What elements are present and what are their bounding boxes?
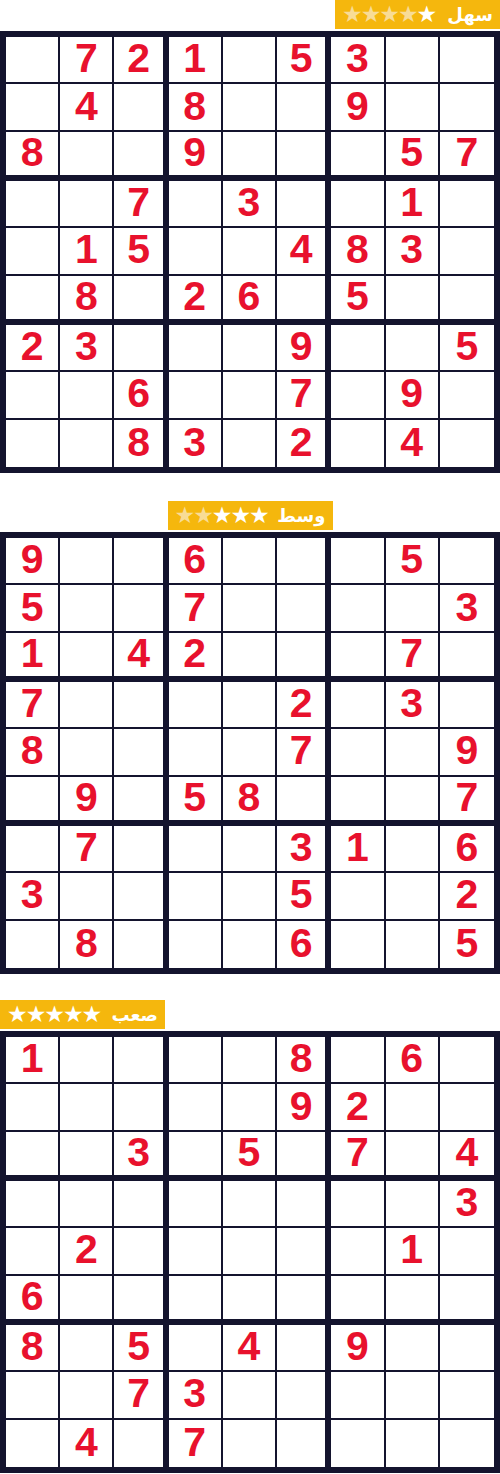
sudoku-cell-r9c5[interactable] bbox=[223, 420, 277, 467]
puzzle-section-easy: ★★★★★ سهل 721534898957731154838265239567… bbox=[0, 0, 500, 473]
sudoku-cell-r4c8[interactable]: 1 bbox=[386, 181, 440, 228]
sudoku-cell-r6c5[interactable]: 8 bbox=[223, 777, 277, 826]
sudoku-cell-r8c3[interactable]: 7 bbox=[114, 1372, 168, 1419]
sudoku-cell-r7c6[interactable]: 3 bbox=[277, 826, 331, 873]
star-icon: ★ bbox=[63, 1000, 84, 1029]
sudoku-cell-r1c3[interactable] bbox=[114, 1037, 168, 1084]
sudoku-cell-r6c4[interactable]: 5 bbox=[169, 777, 223, 826]
sudoku-cell-r1c6[interactable]: 8 bbox=[277, 1037, 331, 1084]
sudoku-cell-r4c7[interactable] bbox=[331, 181, 385, 228]
sudoku-cell-r9c1[interactable] bbox=[6, 1420, 60, 1467]
sudoku-cell-r6c6[interactable] bbox=[277, 276, 331, 325]
sudoku-cell-r7c5[interactable] bbox=[223, 826, 277, 873]
sudoku-cell-r5c9[interactable]: 9 bbox=[440, 729, 494, 776]
sudoku-cell-r3c4[interactable]: 9 bbox=[169, 132, 223, 181]
sudoku-cell-r3c6[interactable] bbox=[277, 633, 331, 682]
sudoku-grid-easy: 72153489895773115483826523956798324 bbox=[0, 31, 500, 473]
sudoku-cell-r4c8[interactable] bbox=[386, 1181, 440, 1228]
sudoku-cell-r5c8[interactable]: 1 bbox=[386, 1228, 440, 1275]
sudoku-cell-r7c2[interactable]: 3 bbox=[60, 325, 114, 372]
sudoku-cell-r7c2[interactable]: 7 bbox=[60, 826, 114, 873]
sudoku-cell-r7c1[interactable]: 2 bbox=[6, 325, 60, 372]
sudoku-cell-r2c8[interactable] bbox=[386, 585, 440, 632]
sudoku-cell-r5c9[interactable] bbox=[440, 228, 494, 275]
sudoku-cell-r7c6[interactable] bbox=[277, 1325, 331, 1372]
sudoku-cell-r2c3[interactable] bbox=[114, 84, 168, 131]
star-icon: ★ bbox=[26, 1000, 47, 1029]
star-icon: ★ bbox=[379, 0, 400, 29]
sudoku-cell-r8c2[interactable] bbox=[60, 372, 114, 419]
sudoku-grid-medium: 965573142772387995877316352865 bbox=[0, 532, 500, 974]
sudoku-cell-r9c9[interactable] bbox=[440, 420, 494, 467]
sudoku-cell-r5c7[interactable]: 8 bbox=[331, 228, 385, 275]
sudoku-cell-r8c8[interactable]: 9 bbox=[386, 372, 440, 419]
sudoku-cell-r9c9[interactable] bbox=[440, 1420, 494, 1467]
sudoku-cell-r7c8[interactable] bbox=[386, 1325, 440, 1372]
sudoku-cell-r4c5[interactable] bbox=[223, 1181, 277, 1228]
sudoku-cell-r6c4[interactable]: 2 bbox=[169, 276, 223, 325]
sudoku-cell-r4c1[interactable] bbox=[6, 181, 60, 228]
sudoku-cell-r7c5[interactable]: 4 bbox=[223, 1325, 277, 1372]
sudoku-cell-r1c4[interactable]: 1 bbox=[169, 37, 223, 84]
sudoku-cell-r3c1[interactable]: 8 bbox=[6, 132, 60, 181]
sudoku-cell-r3c1[interactable] bbox=[6, 1132, 60, 1181]
sudoku-cell-r8c1[interactable]: 3 bbox=[6, 873, 60, 920]
star-icon: ★ bbox=[417, 0, 438, 29]
sudoku-cell-r5c2[interactable] bbox=[60, 729, 114, 776]
sudoku-cell-r4c3[interactable] bbox=[114, 682, 168, 729]
sudoku-cell-r2c1[interactable] bbox=[6, 84, 60, 131]
sudoku-cell-r7c8[interactable] bbox=[386, 826, 440, 873]
sudoku-cell-r5c6[interactable]: 4 bbox=[277, 228, 331, 275]
sudoku-cell-r6c2[interactable]: 8 bbox=[60, 276, 114, 325]
star-icon: ★ bbox=[7, 1000, 28, 1029]
sudoku-cell-r6c1[interactable] bbox=[6, 276, 60, 325]
sudoku-cell-r3c8[interactable]: 7 bbox=[386, 633, 440, 682]
sudoku-cell-r2c2[interactable] bbox=[60, 585, 114, 632]
sudoku-cell-r7c7[interactable]: 1 bbox=[331, 826, 385, 873]
sudoku-cell-r4c9[interactable] bbox=[440, 181, 494, 228]
sudoku-cell-r3c2[interactable] bbox=[60, 132, 114, 181]
sudoku-cell-r6c2[interactable]: 9 bbox=[60, 777, 114, 826]
sudoku-cell-r5c4[interactable] bbox=[169, 1228, 223, 1275]
sudoku-cell-r7c9[interactable]: 6 bbox=[440, 826, 494, 873]
sudoku-cell-r6c8[interactable] bbox=[386, 1276, 440, 1325]
sudoku-cell-r4c6[interactable] bbox=[277, 1181, 331, 1228]
sudoku-cell-r4c4[interactable] bbox=[169, 181, 223, 228]
sudoku-cell-r2c9[interactable]: 3 bbox=[440, 585, 494, 632]
sudoku-cell-r1c1[interactable]: 1 bbox=[6, 1037, 60, 1084]
sudoku-cell-r3c5[interactable]: 5 bbox=[223, 1132, 277, 1181]
sudoku-cell-r9c6[interactable]: 2 bbox=[277, 420, 331, 467]
sudoku-cell-r1c3[interactable] bbox=[114, 538, 168, 585]
sudoku-cell-r7c2[interactable] bbox=[60, 1325, 114, 1372]
star-icon: ★ bbox=[230, 501, 251, 530]
sudoku-cell-r8c6[interactable]: 5 bbox=[277, 873, 331, 920]
sudoku-cell-r4c8[interactable]: 3 bbox=[386, 682, 440, 729]
sudoku-cell-r2c3[interactable] bbox=[114, 585, 168, 632]
sudoku-cell-r4c2[interactable] bbox=[60, 181, 114, 228]
sudoku-cell-r1c1[interactable] bbox=[6, 37, 60, 84]
sudoku-cell-r3c4[interactable] bbox=[169, 1132, 223, 1181]
sudoku-cell-r1c9[interactable] bbox=[440, 538, 494, 585]
difficulty-banner-medium: ★★★★★ وسط bbox=[168, 501, 333, 530]
sudoku-cell-r7c9[interactable] bbox=[440, 1325, 494, 1372]
sudoku-cell-r3c6[interactable] bbox=[277, 1132, 331, 1181]
sudoku-cell-r9c7[interactable] bbox=[331, 1420, 385, 1467]
sudoku-cell-r9c8[interactable]: 4 bbox=[386, 420, 440, 467]
difficulty-label: سهل bbox=[447, 0, 493, 29]
sudoku-cell-r8c6[interactable] bbox=[277, 1372, 331, 1419]
sudoku-cell-r2c9[interactable] bbox=[440, 1084, 494, 1131]
sudoku-cell-r2c5[interactable] bbox=[223, 585, 277, 632]
sudoku-cell-r9c2[interactable] bbox=[60, 420, 114, 467]
sudoku-cell-r1c5[interactable] bbox=[223, 538, 277, 585]
difficulty-stars: ★★★★★ bbox=[175, 501, 268, 530]
sudoku-cell-r3c7[interactable] bbox=[331, 132, 385, 181]
sudoku-cell-r2c4[interactable]: 8 bbox=[169, 84, 223, 131]
sudoku-cell-r1c4[interactable] bbox=[169, 1037, 223, 1084]
sudoku-cell-r1c6[interactable] bbox=[277, 538, 331, 585]
sudoku-cell-r2c3[interactable] bbox=[114, 1084, 168, 1131]
sudoku-cell-r9c1[interactable] bbox=[6, 420, 60, 467]
difficulty-label: وسط bbox=[277, 501, 325, 530]
sudoku-cell-r6c3[interactable] bbox=[114, 276, 168, 325]
sudoku-cell-r1c2[interactable] bbox=[60, 1037, 114, 1084]
sudoku-cell-r8c4[interactable] bbox=[169, 372, 223, 419]
puzzle-section-medium: ★★★★★ وسط 965573142772387995877316352865 bbox=[0, 501, 500, 974]
sudoku-cell-r1c7[interactable] bbox=[331, 538, 385, 585]
sudoku-cell-r4c9[interactable]: 3 bbox=[440, 1181, 494, 1228]
sudoku-cell-r7c3[interactable]: 5 bbox=[114, 1325, 168, 1372]
sudoku-cell-r9c4[interactable] bbox=[169, 921, 223, 968]
star-icon: ★ bbox=[193, 501, 214, 530]
sudoku-cell-r6c3[interactable] bbox=[114, 1276, 168, 1325]
sudoku-cell-r3c9[interactable]: 7 bbox=[440, 132, 494, 181]
sudoku-cell-r1c8[interactable]: 6 bbox=[386, 1037, 440, 1084]
sudoku-cell-r1c5[interactable] bbox=[223, 37, 277, 84]
sudoku-cell-r9c3[interactable] bbox=[114, 921, 168, 968]
sudoku-cell-r1c7[interactable] bbox=[331, 1037, 385, 1084]
sudoku-grid-hard: 186923574321685497347 bbox=[0, 1031, 500, 1473]
sudoku-cell-r6c6[interactable] bbox=[277, 777, 331, 826]
sudoku-cell-r8c7[interactable] bbox=[331, 1372, 385, 1419]
sudoku-cell-r7c6[interactable]: 9 bbox=[277, 325, 331, 372]
sudoku-cell-r7c3[interactable] bbox=[114, 826, 168, 873]
sudoku-cell-r1c8[interactable]: 5 bbox=[386, 538, 440, 585]
sudoku-cell-r4c5[interactable]: 3 bbox=[223, 181, 277, 228]
sudoku-cell-r9c6[interactable] bbox=[277, 1420, 331, 1467]
sudoku-cell-r7c4[interactable] bbox=[169, 1325, 223, 1372]
sudoku-cell-r8c9[interactable]: 2 bbox=[440, 873, 494, 920]
sudoku-cell-r5c3[interactable] bbox=[114, 729, 168, 776]
sudoku-cell-r3c9[interactable] bbox=[440, 633, 494, 682]
star-icon: ★ bbox=[212, 501, 233, 530]
sudoku-cell-r2c1[interactable]: 5 bbox=[6, 585, 60, 632]
star-icon: ★ bbox=[249, 501, 270, 530]
sudoku-cell-r4c9[interactable] bbox=[440, 682, 494, 729]
sudoku-cell-r3c1[interactable]: 1 bbox=[6, 633, 60, 682]
sudoku-cell-r5c1[interactable]: 8 bbox=[6, 729, 60, 776]
star-icon: ★ bbox=[175, 501, 196, 530]
sudoku-cell-r2c6[interactable]: 9 bbox=[277, 1084, 331, 1131]
sudoku-cell-r3c6[interactable] bbox=[277, 132, 331, 181]
sudoku-cell-r9c2[interactable]: 8 bbox=[60, 921, 114, 968]
sudoku-cell-r2c2[interactable] bbox=[60, 1084, 114, 1131]
sudoku-cell-r4c1[interactable] bbox=[6, 1181, 60, 1228]
sudoku-cell-r4c4[interactable] bbox=[169, 1181, 223, 1228]
sudoku-cell-r6c8[interactable] bbox=[386, 276, 440, 325]
sudoku-cell-r8c3[interactable]: 6 bbox=[114, 372, 168, 419]
sudoku-page: ★★★★★ سهل 721534898957731154838265239567… bbox=[0, 0, 500, 1474]
sudoku-cell-r4c1[interactable]: 7 bbox=[6, 682, 60, 729]
sudoku-cell-r5c9[interactable] bbox=[440, 1228, 494, 1275]
sudoku-cell-r5c7[interactable] bbox=[331, 1228, 385, 1275]
star-icon: ★ bbox=[361, 0, 382, 29]
sudoku-cell-r5c6[interactable]: 7 bbox=[277, 729, 331, 776]
sudoku-cell-r9c4[interactable]: 3 bbox=[169, 420, 223, 467]
sudoku-cell-r1c1[interactable]: 9 bbox=[6, 538, 60, 585]
sudoku-cell-r1c2[interactable] bbox=[60, 538, 114, 585]
sudoku-cell-r6c9[interactable]: 7 bbox=[440, 777, 494, 826]
sudoku-cell-r4c7[interactable] bbox=[331, 1181, 385, 1228]
sudoku-cell-r9c6[interactable]: 6 bbox=[277, 921, 331, 968]
sudoku-cell-r2c6[interactable] bbox=[277, 84, 331, 131]
sudoku-cell-r2c2[interactable]: 4 bbox=[60, 84, 114, 131]
sudoku-cell-r2c8[interactable] bbox=[386, 84, 440, 131]
sudoku-cell-r5c4[interactable] bbox=[169, 729, 223, 776]
sudoku-cell-r3c7[interactable] bbox=[331, 633, 385, 682]
sudoku-cell-r3c5[interactable] bbox=[223, 633, 277, 682]
sudoku-cell-r6c3[interactable] bbox=[114, 777, 168, 826]
sudoku-cell-r5c5[interactable] bbox=[223, 729, 277, 776]
sudoku-cell-r6c8[interactable] bbox=[386, 777, 440, 826]
sudoku-cell-r2c1[interactable] bbox=[6, 1084, 60, 1131]
sudoku-cell-r8c4[interactable]: 3 bbox=[169, 1372, 223, 1419]
sudoku-cell-r7c7[interactable] bbox=[331, 325, 385, 372]
difficulty-banner-easy: ★★★★★ سهل bbox=[335, 0, 500, 29]
sudoku-cell-r6c4[interactable] bbox=[169, 1276, 223, 1325]
sudoku-cell-r7c1[interactable]: 8 bbox=[6, 1325, 60, 1372]
sudoku-cell-r5c1[interactable] bbox=[6, 1228, 60, 1275]
star-icon: ★ bbox=[44, 1000, 65, 1029]
sudoku-cell-r6c1[interactable] bbox=[6, 777, 60, 826]
sudoku-cell-r2c8[interactable] bbox=[386, 1084, 440, 1131]
star-icon: ★ bbox=[82, 1000, 103, 1029]
sudoku-cell-r9c7[interactable] bbox=[331, 420, 385, 467]
sudoku-cell-r6c6[interactable] bbox=[277, 1276, 331, 1325]
sudoku-cell-r6c7[interactable] bbox=[331, 777, 385, 826]
sudoku-cell-r4c3[interactable]: 7 bbox=[114, 181, 168, 228]
sudoku-cell-r7c4[interactable] bbox=[169, 826, 223, 873]
sudoku-cell-r3c8[interactable]: 5 bbox=[386, 132, 440, 181]
sudoku-cell-r9c5[interactable] bbox=[223, 921, 277, 968]
sudoku-cell-r5c3[interactable] bbox=[114, 1228, 168, 1275]
sudoku-cell-r6c5[interactable] bbox=[223, 1276, 277, 1325]
sudoku-cell-r4c4[interactable] bbox=[169, 682, 223, 729]
sudoku-cell-r9c3[interactable] bbox=[114, 1420, 168, 1467]
sudoku-cell-r9c8[interactable] bbox=[386, 921, 440, 968]
sudoku-cell-r6c1[interactable]: 6 bbox=[6, 1276, 60, 1325]
sudoku-cell-r7c3[interactable] bbox=[114, 325, 168, 372]
sudoku-cell-r5c3[interactable]: 5 bbox=[114, 228, 168, 275]
sudoku-cell-r3c2[interactable] bbox=[60, 1132, 114, 1181]
sudoku-cell-r2c7[interactable]: 2 bbox=[331, 1084, 385, 1131]
sudoku-cell-r1c9[interactable] bbox=[440, 1037, 494, 1084]
sudoku-cell-r5c5[interactable] bbox=[223, 1228, 277, 1275]
sudoku-cell-r6c9[interactable] bbox=[440, 276, 494, 325]
difficulty-banner-hard: ★★★★★ صعب bbox=[0, 1000, 165, 1029]
sudoku-cell-r8c9[interactable] bbox=[440, 1372, 494, 1419]
sudoku-cell-r7c9[interactable]: 5 bbox=[440, 325, 494, 372]
sudoku-cell-r9c4[interactable]: 7 bbox=[169, 1420, 223, 1467]
difficulty-stars: ★★★★★ bbox=[342, 0, 435, 29]
sudoku-cell-r5c5[interactable] bbox=[223, 228, 277, 275]
sudoku-cell-r8c7[interactable] bbox=[331, 873, 385, 920]
sudoku-cell-r9c7[interactable] bbox=[331, 921, 385, 968]
sudoku-cell-r5c2[interactable]: 2 bbox=[60, 1228, 114, 1275]
sudoku-cell-r2c9[interactable] bbox=[440, 84, 494, 131]
sudoku-cell-r4c2[interactable] bbox=[60, 1181, 114, 1228]
sudoku-cell-r3c3[interactable]: 3 bbox=[114, 1132, 168, 1181]
sudoku-cell-r9c1[interactable] bbox=[6, 921, 60, 968]
star-icon: ★ bbox=[342, 0, 363, 29]
sudoku-cell-r1c2[interactable]: 7 bbox=[60, 37, 114, 84]
sudoku-cell-r9c9[interactable]: 5 bbox=[440, 921, 494, 968]
sudoku-cell-r6c7[interactable]: 5 bbox=[331, 276, 385, 325]
sudoku-cell-r8c8[interactable] bbox=[386, 1372, 440, 1419]
sudoku-cell-r2c5[interactable] bbox=[223, 84, 277, 131]
sudoku-cell-r3c9[interactable]: 4 bbox=[440, 1132, 494, 1181]
sudoku-cell-r1c4[interactable]: 6 bbox=[169, 538, 223, 585]
sudoku-cell-r1c5[interactable] bbox=[223, 1037, 277, 1084]
sudoku-cell-r7c8[interactable] bbox=[386, 325, 440, 372]
sudoku-cell-r5c4[interactable] bbox=[169, 228, 223, 275]
sudoku-cell-r2c5[interactable] bbox=[223, 1084, 277, 1131]
sudoku-cell-r4c7[interactable] bbox=[331, 682, 385, 729]
sudoku-cell-r8c7[interactable] bbox=[331, 372, 385, 419]
sudoku-cell-r8c5[interactable] bbox=[223, 873, 277, 920]
sudoku-cell-r7c1[interactable] bbox=[6, 826, 60, 873]
sudoku-cell-r5c7[interactable] bbox=[331, 729, 385, 776]
sudoku-cell-r9c2[interactable]: 4 bbox=[60, 1420, 114, 1467]
difficulty-label: صعب bbox=[111, 1000, 158, 1029]
sudoku-cell-r6c2[interactable] bbox=[60, 1276, 114, 1325]
sudoku-cell-r2c4[interactable] bbox=[169, 1084, 223, 1131]
sudoku-cell-r6c7[interactable] bbox=[331, 1276, 385, 1325]
sudoku-cell-r6c5[interactable]: 6 bbox=[223, 276, 277, 325]
sudoku-cell-r5c8[interactable]: 3 bbox=[386, 228, 440, 275]
sudoku-cell-r8c4[interactable] bbox=[169, 873, 223, 920]
sudoku-cell-r3c3[interactable] bbox=[114, 132, 168, 181]
sudoku-cell-r8c1[interactable] bbox=[6, 372, 60, 419]
sudoku-cell-r1c7[interactable]: 3 bbox=[331, 37, 385, 84]
sudoku-cell-r4c5[interactable] bbox=[223, 682, 277, 729]
sudoku-cell-r7c5[interactable] bbox=[223, 325, 277, 372]
sudoku-cell-r5c8[interactable] bbox=[386, 729, 440, 776]
sudoku-cell-r3c8[interactable] bbox=[386, 1132, 440, 1181]
sudoku-cell-r8c6[interactable]: 7 bbox=[277, 372, 331, 419]
sudoku-cell-r7c4[interactable] bbox=[169, 325, 223, 372]
sudoku-cell-r3c2[interactable] bbox=[60, 633, 114, 682]
sudoku-cell-r1c6[interactable]: 5 bbox=[277, 37, 331, 84]
sudoku-cell-r4c6[interactable]: 2 bbox=[277, 682, 331, 729]
sudoku-cell-r6c9[interactable] bbox=[440, 1276, 494, 1325]
sudoku-cell-r2c7[interactable] bbox=[331, 585, 385, 632]
sudoku-cell-r2c4[interactable]: 7 bbox=[169, 585, 223, 632]
sudoku-cell-r3c4[interactable]: 2 bbox=[169, 633, 223, 682]
sudoku-cell-r1c9[interactable] bbox=[440, 37, 494, 84]
sudoku-cell-r3c7[interactable]: 7 bbox=[331, 1132, 385, 1181]
sudoku-cell-r4c2[interactable] bbox=[60, 682, 114, 729]
sudoku-cell-r8c8[interactable] bbox=[386, 873, 440, 920]
sudoku-cell-r9c5[interactable] bbox=[223, 1420, 277, 1467]
sudoku-cell-r1c8[interactable] bbox=[386, 37, 440, 84]
sudoku-cell-r8c1[interactable] bbox=[6, 1372, 60, 1419]
sudoku-cell-r8c9[interactable] bbox=[440, 372, 494, 419]
sudoku-cell-r3c3[interactable]: 4 bbox=[114, 633, 168, 682]
sudoku-cell-r2c7[interactable]: 9 bbox=[331, 84, 385, 131]
sudoku-cell-r8c2[interactable] bbox=[60, 1372, 114, 1419]
sudoku-cell-r1c3[interactable]: 2 bbox=[114, 37, 168, 84]
sudoku-cell-r8c3[interactable] bbox=[114, 873, 168, 920]
sudoku-cell-r5c2[interactable]: 1 bbox=[60, 228, 114, 275]
difficulty-stars: ★★★★★ bbox=[7, 1000, 100, 1029]
sudoku-cell-r3c5[interactable] bbox=[223, 132, 277, 181]
sudoku-cell-r9c3[interactable]: 8 bbox=[114, 420, 168, 467]
sudoku-cell-r7c7[interactable]: 9 bbox=[331, 1325, 385, 1372]
sudoku-cell-r9c8[interactable] bbox=[386, 1420, 440, 1467]
sudoku-cell-r4c3[interactable] bbox=[114, 1181, 168, 1228]
puzzle-section-hard: ★★★★★ صعب 186923574321685497347 bbox=[0, 1000, 500, 1473]
sudoku-cell-r8c2[interactable] bbox=[60, 873, 114, 920]
sudoku-cell-r5c6[interactable] bbox=[277, 1228, 331, 1275]
sudoku-cell-r8c5[interactable] bbox=[223, 372, 277, 419]
sudoku-cell-r4c6[interactable] bbox=[277, 181, 331, 228]
star-icon: ★ bbox=[398, 0, 419, 29]
sudoku-cell-r8c5[interactable] bbox=[223, 1372, 277, 1419]
sudoku-cell-r2c6[interactable] bbox=[277, 585, 331, 632]
sudoku-cell-r5c1[interactable] bbox=[6, 228, 60, 275]
